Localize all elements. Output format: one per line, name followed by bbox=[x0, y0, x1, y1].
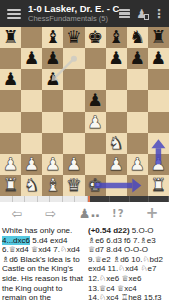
square-g8-piece[interactable]: ♞ bbox=[127, 27, 148, 48]
board-grid[interactable]: ♜♝♛♚♝♞♜♟♟♟♟♟♟♟♟♟♞♟♟♟♟♟♟♟♜♞♝♛♚♜ bbox=[0, 27, 169, 196]
database-subtitle: ChessFundamentals (5) bbox=[28, 15, 119, 23]
square-f4[interactable] bbox=[106, 112, 127, 133]
square-e5-piece[interactable]: ♟ bbox=[85, 90, 106, 111]
square-f3-piece[interactable]: ♞ bbox=[106, 133, 127, 154]
square-e2[interactable] bbox=[85, 154, 106, 175]
square-g6[interactable] bbox=[127, 69, 148, 90]
square-g2-piece[interactable]: ♟ bbox=[127, 154, 148, 175]
square-b3[interactable] bbox=[21, 133, 42, 154]
square-e8-piece[interactable]: ♚ bbox=[85, 27, 106, 48]
square-h3[interactable] bbox=[148, 133, 169, 154]
square-d4[interactable] bbox=[63, 112, 84, 133]
engine-piece-icon: ♟ bbox=[79, 206, 91, 221]
square-b8[interactable] bbox=[21, 27, 42, 48]
square-d7[interactable] bbox=[63, 48, 84, 69]
square-d5[interactable] bbox=[63, 90, 84, 111]
board-setup-icon[interactable]: ♟ bbox=[136, 8, 147, 20]
square-c5[interactable] bbox=[42, 90, 63, 111]
comment-text: White has only one. bbox=[2, 226, 72, 235]
square-f8-piece[interactable]: ♝ bbox=[106, 27, 127, 48]
square-g4[interactable] bbox=[127, 112, 148, 133]
square-a2-piece[interactable]: ♟ bbox=[0, 154, 21, 175]
square-a4[interactable] bbox=[0, 112, 21, 133]
square-a6-piece[interactable]: ♟ bbox=[0, 69, 21, 90]
square-h8-piece[interactable]: ♜ bbox=[148, 27, 169, 48]
square-b1-piece[interactable]: ♞ bbox=[21, 175, 42, 196]
square-d6[interactable] bbox=[63, 69, 84, 90]
square-b6[interactable] bbox=[21, 69, 42, 90]
square-f2-piece[interactable]: ♟ bbox=[106, 154, 127, 175]
engine-eval: (+0.54 d22) bbox=[88, 226, 130, 235]
title-block: 1-0 Lasker, Dr. E. - C... ChessFundament… bbox=[28, 4, 119, 23]
square-a5[interactable] bbox=[0, 90, 21, 111]
square-h5[interactable] bbox=[148, 90, 169, 111]
square-f6[interactable] bbox=[106, 69, 127, 90]
square-c1-piece[interactable]: ♝ bbox=[42, 175, 63, 196]
engine-dots-icon: ▪▪ bbox=[91, 204, 100, 227]
engine-analysis-button[interactable]: ♟▪▪ bbox=[68, 202, 102, 225]
square-c4[interactable] bbox=[42, 112, 63, 133]
square-d1-piece[interactable]: ♛ bbox=[63, 175, 84, 196]
square-h7-piece[interactable]: ♟ bbox=[148, 48, 169, 69]
square-h1-piece[interactable]: ♜ bbox=[148, 175, 169, 196]
square-b7-piece[interactable]: ♟ bbox=[21, 48, 42, 69]
engine-line[interactable]: 5.O-O ♗e6 6.d3 f6 7.♗e3 ♕d7 8.d4 O-O-O 9… bbox=[88, 226, 163, 300]
square-a1-piece[interactable]: ♜ bbox=[0, 175, 21, 196]
square-g7-piece[interactable]: ♟ bbox=[127, 48, 148, 69]
square-g3[interactable] bbox=[127, 133, 148, 154]
square-e4-piece[interactable]: ♟ bbox=[85, 112, 106, 133]
square-c6-piece[interactable]: ♟ bbox=[42, 69, 63, 90]
square-h4[interactable] bbox=[148, 112, 169, 133]
next-move-button[interactable]: ⇨ bbox=[34, 202, 68, 225]
game-list-icon[interactable] bbox=[119, 9, 130, 19]
square-b2-piece[interactable]: ♟ bbox=[21, 154, 42, 175]
square-c7-piece[interactable]: ♟ bbox=[42, 48, 63, 69]
square-f1[interactable] bbox=[106, 175, 127, 196]
game-title: 1-0 Lasker, Dr. E. - C... bbox=[28, 4, 119, 14]
square-c3[interactable] bbox=[42, 133, 63, 154]
square-f5[interactable] bbox=[106, 90, 127, 111]
nav-toolbar: ⇦ ⇨ ♟▪▪ !? + bbox=[0, 202, 169, 225]
square-a3[interactable] bbox=[0, 133, 21, 154]
app-bar: 1-0 Lasker, Dr. E. - C... ChessFundament… bbox=[0, 0, 169, 27]
square-c8-piece[interactable]: ♝ bbox=[42, 27, 63, 48]
add-move-button[interactable]: + bbox=[135, 202, 169, 225]
mini-square bbox=[144, 14, 150, 20]
game-notation-panel: White has only one. 4...dxc6 5.d4 exd4 6… bbox=[0, 225, 86, 300]
square-d2-piece[interactable]: ♟ bbox=[63, 154, 84, 175]
app-bar-actions: ♟ ⋮ bbox=[119, 8, 165, 20]
square-b5[interactable] bbox=[21, 90, 42, 111]
square-e7[interactable] bbox=[85, 48, 106, 69]
hamburger-menu-icon[interactable] bbox=[7, 9, 21, 19]
overflow-menu-icon[interactable]: ⋮ bbox=[153, 8, 165, 20]
current-move[interactable]: 4...dxc6 bbox=[2, 236, 30, 245]
square-g5[interactable] bbox=[127, 90, 148, 111]
engine-panel[interactable]: (+0.54 d22) 5.O-O ♗e6 6.d3 f6 7.♗e3 ♕d7 … bbox=[86, 225, 169, 300]
square-e6[interactable] bbox=[85, 69, 106, 90]
previous-move-button[interactable]: ⇦ bbox=[0, 202, 34, 225]
chess-board[interactable]: ♜♝♛♚♝♞♜♟♟♟♟♟♟♟♟♟♞♟♟♟♟♟♟♟♜♞♝♛♚♜ bbox=[0, 27, 169, 196]
square-d3[interactable] bbox=[63, 133, 84, 154]
square-e1-piece[interactable]: ♚ bbox=[85, 175, 106, 196]
square-h6[interactable] bbox=[148, 69, 169, 90]
square-f7-piece[interactable]: ♟ bbox=[106, 48, 127, 69]
square-c2-piece[interactable]: ♟ bbox=[42, 154, 63, 175]
square-a7[interactable] bbox=[0, 48, 21, 69]
square-d8-piece[interactable]: ♛ bbox=[63, 27, 84, 48]
square-h2-piece[interactable]: ♟ bbox=[148, 154, 169, 175]
square-e3[interactable] bbox=[85, 133, 106, 154]
annotation-button[interactable]: !? bbox=[101, 202, 135, 225]
square-g1[interactable] bbox=[127, 175, 148, 196]
square-a8-piece[interactable]: ♜ bbox=[0, 27, 21, 48]
chess-app-window: 1-0 Lasker, Dr. E. - C... ChessFundament… bbox=[0, 0, 169, 300]
notation-area: White has only one. 4...dxc6 5.d4 exd4 6… bbox=[0, 225, 169, 300]
square-b4[interactable] bbox=[21, 112, 42, 133]
